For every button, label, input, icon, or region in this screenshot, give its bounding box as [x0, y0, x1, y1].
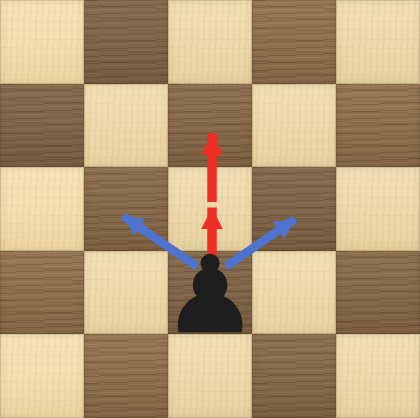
board-square-r2c0[interactable] — [0, 167, 84, 251]
board-square-r2c1[interactable] — [84, 167, 168, 251]
black-pawn[interactable]: ♟ — [168, 253, 252, 337]
board-square-r0c3[interactable] — [252, 0, 336, 84]
board-square-r3c1[interactable] — [84, 251, 168, 335]
chess-board-diagram: ♟ — [0, 0, 420, 418]
board-square-r1c0[interactable] — [0, 84, 84, 168]
board-square-r3c4[interactable] — [336, 251, 420, 335]
board-square-r1c3[interactable] — [252, 84, 336, 168]
board-square-r1c4[interactable] — [336, 84, 420, 168]
board-square-r4c1[interactable] — [84, 334, 168, 418]
board-square-r4c3[interactable] — [252, 334, 336, 418]
board-square-r2c3[interactable] — [252, 167, 336, 251]
board-square-r4c4[interactable] — [336, 334, 420, 418]
board-square-r1c2[interactable] — [168, 84, 252, 168]
board-square-r3c0[interactable] — [0, 251, 84, 335]
board-square-r2c4[interactable] — [336, 167, 420, 251]
board-square-r0c1[interactable] — [84, 0, 168, 84]
board-square-r0c0[interactable] — [0, 0, 84, 84]
board-square-r0c4[interactable] — [336, 0, 420, 84]
board-square-r0c2[interactable] — [168, 0, 252, 84]
board-square-r4c0[interactable] — [0, 334, 84, 418]
board-square-r3c3[interactable] — [252, 251, 336, 335]
board-square-r1c1[interactable] — [84, 84, 168, 168]
